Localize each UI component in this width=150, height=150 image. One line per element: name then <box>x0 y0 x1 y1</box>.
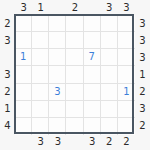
cell-r4c3[interactable] <box>49 66 66 83</box>
cell-r2c7[interactable] <box>118 32 135 49</box>
given-number: 1 <box>123 87 129 97</box>
cell-r5c4[interactable] <box>66 84 83 101</box>
clue-left-5: 2 <box>0 84 15 101</box>
cell-r5c1[interactable] <box>15 84 32 101</box>
clue-right-2: 3 <box>135 32 150 49</box>
corner-top-right <box>135 0 150 15</box>
clue-left-2: 3 <box>0 32 15 49</box>
given-number: 3 <box>54 87 60 97</box>
clue-left-3 <box>0 49 15 66</box>
clue-left-4: 3 <box>0 66 15 83</box>
clue-right-5: 2 <box>135 84 150 101</box>
cell-r6c4[interactable] <box>66 101 83 118</box>
cell-r7c3[interactable] <box>49 118 66 135</box>
cell-r5c3[interactable]: 3 <box>49 84 66 101</box>
clue-right-6: 3 <box>135 101 150 118</box>
cell-r3c3[interactable] <box>49 49 66 66</box>
cell-r6c5[interactable] <box>84 101 101 118</box>
cell-r4c2[interactable] <box>32 66 49 83</box>
corner-bottom-left <box>0 135 15 150</box>
cell-r7c1[interactable] <box>15 118 32 135</box>
cell-r7c2[interactable] <box>32 118 49 135</box>
cell-r7c4[interactable] <box>66 118 83 135</box>
cell-r1c7[interactable] <box>118 15 135 32</box>
clue-bottom-2: 3 <box>32 135 49 150</box>
clue-right-7: 2 <box>135 118 150 135</box>
clue-bottom-4 <box>66 135 83 150</box>
clue-left-1: 2 <box>0 15 15 32</box>
cell-r7c7[interactable] <box>118 118 135 135</box>
puzzle-grid: 312332333173312312134233322 <box>0 0 150 150</box>
cell-r2c1[interactable] <box>15 32 32 49</box>
clue-top-4: 2 <box>66 0 83 15</box>
cell-r3c7[interactable] <box>118 49 135 66</box>
clue-right-1: 3 <box>135 15 150 32</box>
cell-r2c6[interactable] <box>101 32 118 49</box>
cell-r7c5[interactable] <box>84 118 101 135</box>
cell-r7c6[interactable] <box>101 118 118 135</box>
cell-r5c2[interactable] <box>32 84 49 101</box>
clue-top-2: 1 <box>32 0 49 15</box>
cell-r4c6[interactable] <box>101 66 118 83</box>
cell-r1c1[interactable] <box>15 15 32 32</box>
clue-top-6: 3 <box>101 0 118 15</box>
clue-left-7: 4 <box>0 118 15 135</box>
clue-bottom-7: 2 <box>118 135 135 150</box>
cell-r1c5[interactable] <box>84 15 101 32</box>
clue-top-7: 3 <box>118 0 135 15</box>
clue-right-4: 1 <box>135 66 150 83</box>
cell-r5c7[interactable]: 1 <box>118 84 135 101</box>
clue-bottom-5: 3 <box>84 135 101 150</box>
clue-bottom-3: 3 <box>49 135 66 150</box>
cell-r6c2[interactable] <box>32 101 49 118</box>
clue-top-1: 3 <box>15 0 32 15</box>
given-number: 1 <box>20 52 26 62</box>
cell-r1c3[interactable] <box>49 15 66 32</box>
cell-r2c3[interactable] <box>49 32 66 49</box>
cell-r1c4[interactable] <box>66 15 83 32</box>
cell-r6c7[interactable] <box>118 101 135 118</box>
cell-r2c4[interactable] <box>66 32 83 49</box>
cell-r4c1[interactable] <box>15 66 32 83</box>
skyscrapers-puzzle: 312332333173312312134233322 <box>0 0 150 150</box>
given-number: 7 <box>88 52 94 62</box>
cell-r4c5[interactable] <box>84 66 101 83</box>
cell-r3c1[interactable]: 1 <box>15 49 32 66</box>
cell-r6c1[interactable] <box>15 101 32 118</box>
cell-r2c5[interactable] <box>84 32 101 49</box>
cell-r2c2[interactable] <box>32 32 49 49</box>
cell-r3c2[interactable] <box>32 49 49 66</box>
corner-bottom-right <box>135 135 150 150</box>
cell-r5c6[interactable] <box>101 84 118 101</box>
cell-r5c5[interactable] <box>84 84 101 101</box>
clue-bottom-6: 2 <box>101 135 118 150</box>
cell-r4c4[interactable] <box>66 66 83 83</box>
clue-right-3: 3 <box>135 49 150 66</box>
cell-r6c6[interactable] <box>101 101 118 118</box>
clue-bottom-1 <box>15 135 32 150</box>
cell-r3c5[interactable]: 7 <box>84 49 101 66</box>
clue-top-3 <box>49 0 66 15</box>
clue-left-6: 1 <box>0 101 15 118</box>
clue-top-5 <box>84 0 101 15</box>
cell-r3c4[interactable] <box>66 49 83 66</box>
cell-r1c6[interactable] <box>101 15 118 32</box>
cell-r1c2[interactable] <box>32 15 49 32</box>
cell-r6c3[interactable] <box>49 101 66 118</box>
corner-top-left <box>0 0 15 15</box>
cell-r4c7[interactable] <box>118 66 135 83</box>
cell-r3c6[interactable] <box>101 49 118 66</box>
